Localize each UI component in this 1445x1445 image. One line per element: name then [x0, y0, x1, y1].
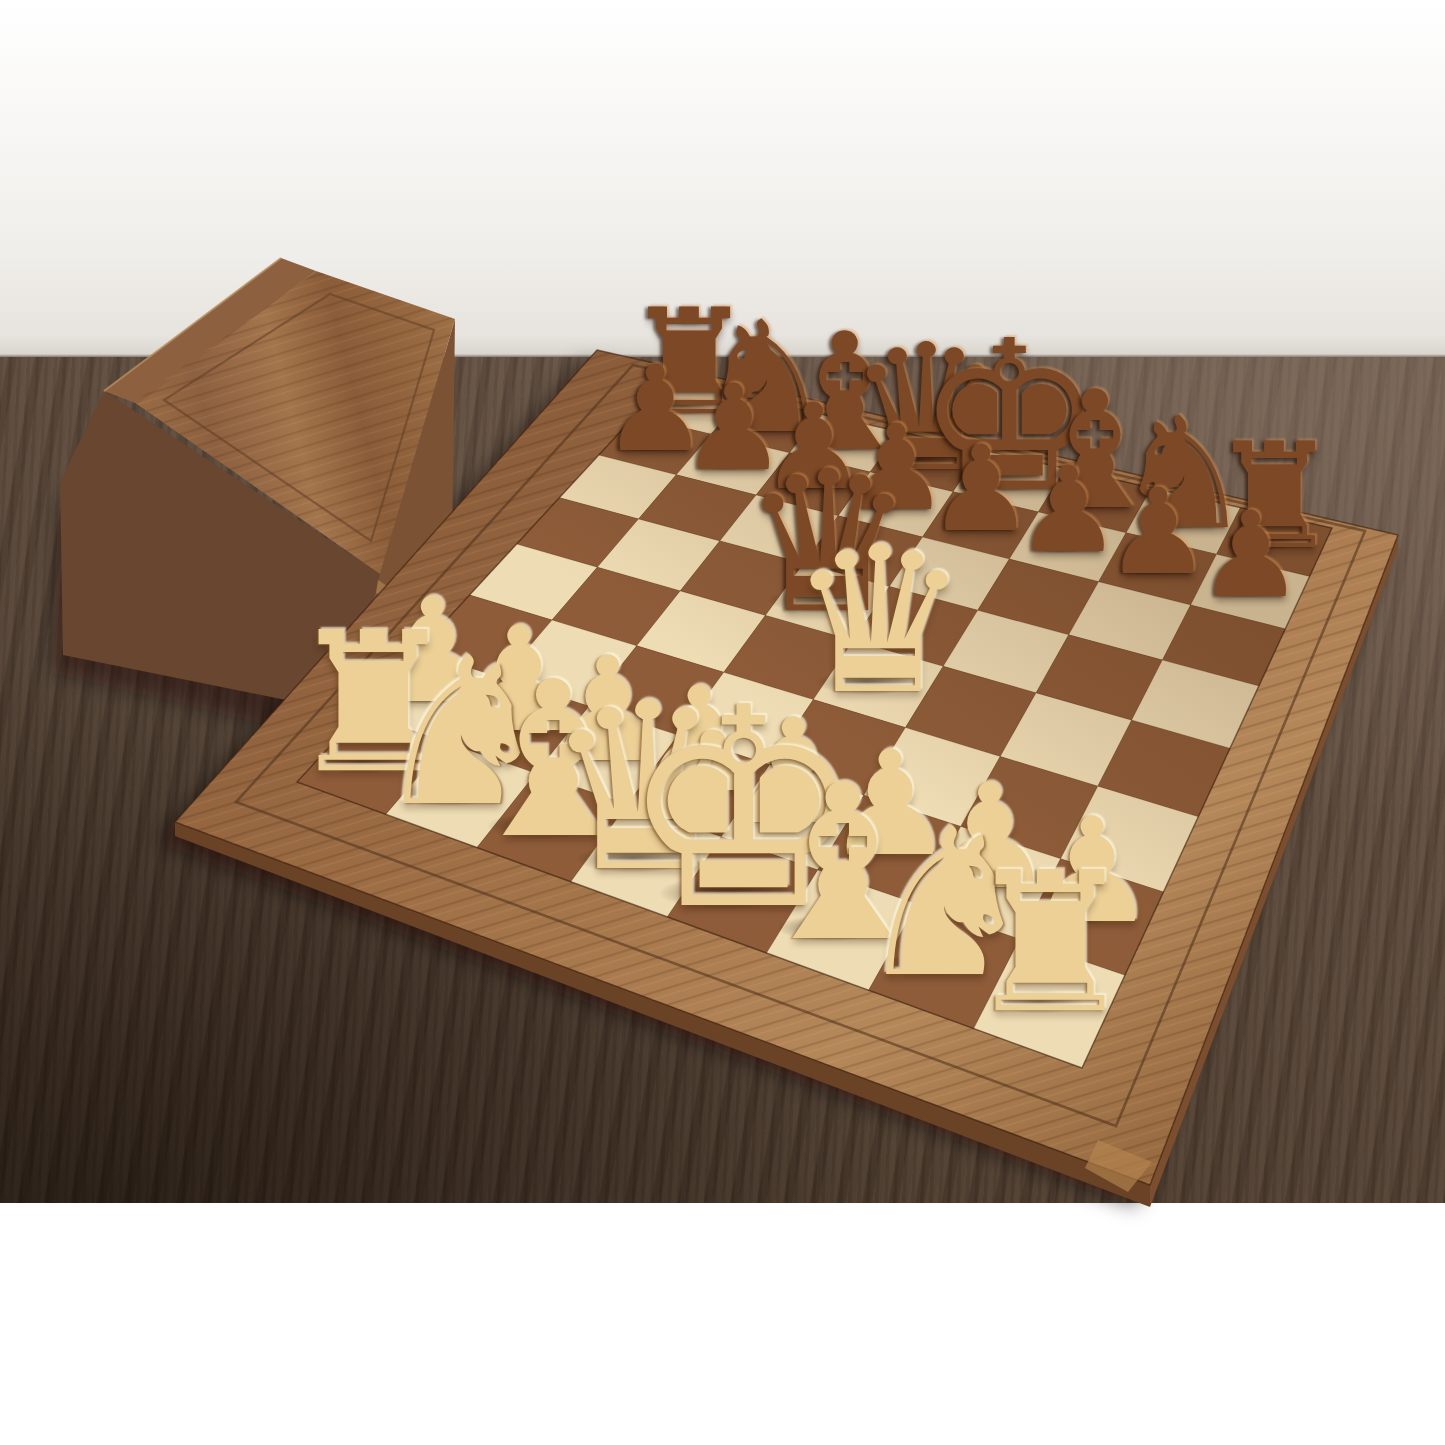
chess-scene: [0, 0, 1445, 1445]
product-photo-stage: ♜♞♝♛♚♝♞♜♟♟♟♟♟♟♟♟♛♛♟♟♟♟♟♟♟♟♜♞♝♛♚♝♞♜: [0, 0, 1445, 1445]
